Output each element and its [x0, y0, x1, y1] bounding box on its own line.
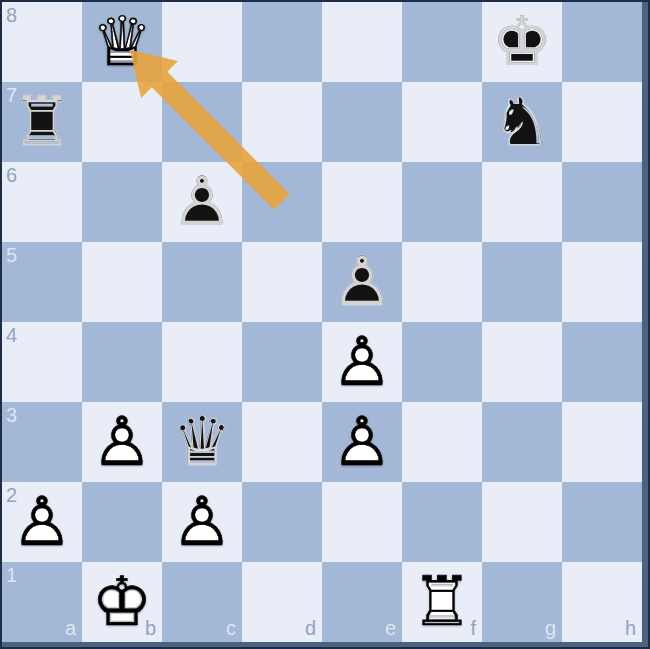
square-e6[interactable]: [322, 162, 402, 242]
piece-black-pawn[interactable]: ♟♙: [162, 162, 242, 242]
piece-white-queen[interactable]: ♛♕: [82, 2, 162, 82]
square-d5[interactable]: [242, 242, 322, 322]
square-f8[interactable]: [402, 2, 482, 82]
square-e7[interactable]: [322, 82, 402, 162]
square-d8[interactable]: [242, 2, 322, 82]
white-king-outline-icon: ♔: [82, 562, 162, 642]
square-f6[interactable]: [402, 162, 482, 242]
square-f2[interactable]: [402, 482, 482, 562]
black-rook-outline-icon: ♖: [2, 82, 82, 162]
square-d3[interactable]: [242, 402, 322, 482]
piece-white-king[interactable]: ♚♔: [82, 562, 162, 642]
square-g5[interactable]: [482, 242, 562, 322]
square-e2[interactable]: [322, 482, 402, 562]
square-a5[interactable]: [2, 242, 82, 322]
square-c4[interactable]: [162, 322, 242, 402]
square-e1[interactable]: [322, 562, 402, 642]
piece-black-king[interactable]: ♚♔: [482, 2, 562, 82]
square-h1[interactable]: [562, 562, 642, 642]
piece-white-rook[interactable]: ♜♖: [402, 562, 482, 642]
black-king-outline-icon: ♔: [482, 2, 562, 82]
square-a4[interactable]: [2, 322, 82, 402]
square-f7[interactable]: [402, 82, 482, 162]
square-h4[interactable]: [562, 322, 642, 402]
square-g6[interactable]: [482, 162, 562, 242]
black-knight-outline-icon: ♘: [482, 82, 562, 162]
square-a6[interactable]: [2, 162, 82, 242]
square-a3[interactable]: [2, 402, 82, 482]
square-a1[interactable]: [2, 562, 82, 642]
piece-white-pawn[interactable]: ♟♙: [322, 322, 402, 402]
square-d1[interactable]: [242, 562, 322, 642]
square-h3[interactable]: [562, 402, 642, 482]
white-pawn-outline-icon: ♙: [322, 322, 402, 402]
square-g4[interactable]: [482, 322, 562, 402]
square-b5[interactable]: [82, 242, 162, 322]
piece-white-pawn[interactable]: ♟♙: [322, 402, 402, 482]
square-g3[interactable]: [482, 402, 562, 482]
square-d2[interactable]: [242, 482, 322, 562]
black-pawn-outline-icon: ♙: [322, 242, 402, 322]
square-f5[interactable]: [402, 242, 482, 322]
square-h2[interactable]: [562, 482, 642, 562]
square-d4[interactable]: [242, 322, 322, 402]
piece-black-queen[interactable]: ♛♕: [162, 402, 242, 482]
square-e8[interactable]: [322, 2, 402, 82]
white-pawn-outline-icon: ♙: [162, 482, 242, 562]
square-c5[interactable]: [162, 242, 242, 322]
piece-black-rook[interactable]: ♜♖: [2, 82, 82, 162]
white-pawn-outline-icon: ♙: [322, 402, 402, 482]
piece-white-pawn[interactable]: ♟♙: [2, 482, 82, 562]
square-g1[interactable]: [482, 562, 562, 642]
white-pawn-outline-icon: ♙: [82, 402, 162, 482]
square-b7[interactable]: [82, 82, 162, 162]
white-pawn-outline-icon: ♙: [2, 482, 82, 562]
square-a8[interactable]: [2, 2, 82, 82]
square-f4[interactable]: [402, 322, 482, 402]
black-pawn-outline-icon: ♙: [162, 162, 242, 242]
square-g2[interactable]: [482, 482, 562, 562]
board-frame: 87654321abcdefgh ♛♕♚♔♜♖♞♘♟♙♟♙♟♙♟♙♛♕♟♙♟♙♟…: [0, 0, 650, 649]
square-b4[interactable]: [82, 322, 162, 402]
square-d7[interactable]: [242, 82, 322, 162]
piece-white-pawn[interactable]: ♟♙: [162, 482, 242, 562]
white-queen-outline-icon: ♕: [82, 2, 162, 82]
square-c1[interactable]: [162, 562, 242, 642]
white-rook-outline-icon: ♖: [402, 562, 482, 642]
square-h6[interactable]: [562, 162, 642, 242]
piece-white-pawn[interactable]: ♟♙: [82, 402, 162, 482]
square-b2[interactable]: [82, 482, 162, 562]
square-b6[interactable]: [82, 162, 162, 242]
square-d6[interactable]: [242, 162, 322, 242]
square-h8[interactable]: [562, 2, 642, 82]
piece-black-pawn[interactable]: ♟♙: [322, 242, 402, 322]
black-queen-outline-icon: ♕: [162, 402, 242, 482]
square-c8[interactable]: [162, 2, 242, 82]
square-h5[interactable]: [562, 242, 642, 322]
piece-black-knight[interactable]: ♞♘: [482, 82, 562, 162]
square-c7[interactable]: [162, 82, 242, 162]
square-f3[interactable]: [402, 402, 482, 482]
square-h7[interactable]: [562, 82, 642, 162]
